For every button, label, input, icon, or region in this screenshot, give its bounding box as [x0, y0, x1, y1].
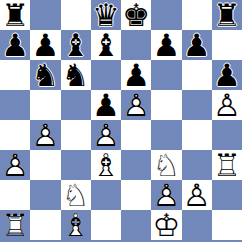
square-c5[interactable] [61, 90, 91, 120]
piece-black-bishop-c7[interactable]: ♝ [61, 30, 91, 60]
square-a6[interactable] [0, 60, 30, 90]
square-e8[interactable]: ♚ [121, 0, 151, 30]
square-h2[interactable] [212, 180, 242, 210]
square-e1[interactable] [121, 210, 151, 240]
piece-black-rook-a8[interactable]: ♜ [0, 0, 30, 30]
white-bishop-outline-glyph: ♗ [91, 150, 121, 180]
white-rook-outline-glyph: ♖ [212, 150, 242, 180]
square-b8[interactable] [30, 0, 60, 30]
square-c6[interactable]: ♞ [61, 60, 91, 90]
square-f7[interactable]: ♟ [151, 30, 181, 60]
white-pawn-outline-glyph: ♙ [182, 180, 212, 210]
chess-board-container: ♜♛♚♜♟♟♝♝♟♟♞♞♟♟♟♟♙♟♙♟♙♟♙♟♙♝♗♞♘♜♖♞♘♟♙♟♙♜♖♝… [0, 0, 242, 242]
square-h3[interactable]: ♜♖ [212, 150, 242, 180]
white-pawn-outline-glyph: ♙ [0, 150, 30, 180]
piece-white-pawn-f2[interactable]: ♟♙ [151, 180, 181, 210]
square-d1[interactable] [91, 210, 121, 240]
piece-white-pawn-b4[interactable]: ♟♙ [30, 120, 60, 150]
square-g3[interactable] [182, 150, 212, 180]
square-d6[interactable] [91, 60, 121, 90]
piece-black-knight-b6[interactable]: ♞ [30, 60, 60, 90]
square-a8[interactable]: ♜ [0, 0, 30, 30]
square-h7[interactable] [212, 30, 242, 60]
square-c7[interactable]: ♝ [61, 30, 91, 60]
piece-black-pawn-f7[interactable]: ♟ [151, 30, 181, 60]
square-f4[interactable] [151, 120, 181, 150]
square-e2[interactable] [121, 180, 151, 210]
piece-black-pawn-b7[interactable]: ♟ [30, 30, 60, 60]
square-g7[interactable]: ♟ [182, 30, 212, 60]
square-h4[interactable] [212, 120, 242, 150]
piece-black-pawn-g7[interactable]: ♟ [182, 30, 212, 60]
square-b6[interactable]: ♞ [30, 60, 60, 90]
square-d3[interactable]: ♝♗ [91, 150, 121, 180]
square-b2[interactable] [30, 180, 60, 210]
square-e6[interactable]: ♟ [121, 60, 151, 90]
square-g4[interactable] [182, 120, 212, 150]
square-d8[interactable]: ♛ [91, 0, 121, 30]
piece-black-pawn-h6[interactable]: ♟ [212, 60, 242, 90]
piece-white-pawn-a3[interactable]: ♟♙ [0, 150, 30, 180]
piece-white-king-f1[interactable]: ♚♔ [151, 210, 181, 240]
white-pawn-outline-glyph: ♙ [121, 90, 151, 120]
piece-black-knight-c6[interactable]: ♞ [61, 60, 91, 90]
piece-white-pawn-d4[interactable]: ♟♙ [91, 120, 121, 150]
square-a4[interactable] [0, 120, 30, 150]
piece-white-rook-a1[interactable]: ♜♖ [0, 210, 30, 240]
square-c8[interactable] [61, 0, 91, 30]
square-c2[interactable]: ♞♘ [61, 180, 91, 210]
white-bishop-outline-glyph: ♗ [61, 210, 91, 240]
piece-white-bishop-c1[interactable]: ♝♗ [61, 210, 91, 240]
piece-black-bishop-d7[interactable]: ♝ [91, 30, 121, 60]
square-g8[interactable] [182, 0, 212, 30]
white-king-outline-glyph: ♔ [151, 210, 181, 240]
square-b4[interactable]: ♟♙ [30, 120, 60, 150]
square-c3[interactable] [61, 150, 91, 180]
square-c4[interactable] [61, 120, 91, 150]
piece-black-pawn-e6[interactable]: ♟ [121, 60, 151, 90]
square-d4[interactable]: ♟♙ [91, 120, 121, 150]
square-a3[interactable]: ♟♙ [0, 150, 30, 180]
piece-black-queen-d8[interactable]: ♛ [91, 0, 121, 30]
square-d7[interactable]: ♝ [91, 30, 121, 60]
square-e5[interactable]: ♟♙ [121, 90, 151, 120]
white-knight-outline-glyph: ♘ [151, 150, 181, 180]
square-g5[interactable] [182, 90, 212, 120]
square-a5[interactable] [0, 90, 30, 120]
square-b1[interactable] [30, 210, 60, 240]
square-h6[interactable]: ♟ [212, 60, 242, 90]
square-b3[interactable] [30, 150, 60, 180]
square-e4[interactable] [121, 120, 151, 150]
piece-black-pawn-a7[interactable]: ♟ [0, 30, 30, 60]
piece-white-pawn-h5[interactable]: ♟♙ [212, 90, 242, 120]
piece-black-pawn-d5[interactable]: ♟ [91, 90, 121, 120]
square-a2[interactable] [0, 180, 30, 210]
square-h1[interactable] [212, 210, 242, 240]
square-d2[interactable] [91, 180, 121, 210]
white-pawn-outline-glyph: ♙ [91, 120, 121, 150]
square-d5[interactable]: ♟ [91, 90, 121, 120]
white-rook-outline-glyph: ♖ [0, 210, 30, 240]
chess-board: ♜♛♚♜♟♟♝♝♟♟♞♞♟♟♟♟♙♟♙♟♙♟♙♟♙♝♗♞♘♜♖♞♘♟♙♟♙♜♖♝… [0, 0, 242, 242]
piece-white-rook-h3[interactable]: ♜♖ [212, 150, 242, 180]
square-b7[interactable]: ♟ [30, 30, 60, 60]
square-f5[interactable] [151, 90, 181, 120]
square-g6[interactable] [182, 60, 212, 90]
piece-white-pawn-g2[interactable]: ♟♙ [182, 180, 212, 210]
square-c1[interactable]: ♝♗ [61, 210, 91, 240]
square-g2[interactable]: ♟♙ [182, 180, 212, 210]
square-h8[interactable]: ♜ [212, 0, 242, 30]
square-f1[interactable]: ♚♔ [151, 210, 181, 240]
white-pawn-outline-glyph: ♙ [212, 90, 242, 120]
square-e3[interactable] [121, 150, 151, 180]
white-pawn-outline-glyph: ♙ [30, 120, 60, 150]
square-b5[interactable] [30, 90, 60, 120]
white-knight-outline-glyph: ♘ [61, 180, 91, 210]
piece-white-pawn-e5[interactable]: ♟♙ [121, 90, 151, 120]
square-f6[interactable] [151, 60, 181, 90]
piece-white-bishop-d3[interactable]: ♝♗ [91, 150, 121, 180]
square-g1[interactable] [182, 210, 212, 240]
square-a7[interactable]: ♟ [0, 30, 30, 60]
piece-white-knight-f3[interactable]: ♞♘ [151, 150, 181, 180]
piece-black-rook-h8[interactable]: ♜ [212, 0, 242, 30]
square-f3[interactable]: ♞♘ [151, 150, 181, 180]
square-e7[interactable] [121, 30, 151, 60]
piece-white-knight-c2[interactable]: ♞♘ [61, 180, 91, 210]
square-f2[interactable]: ♟♙ [151, 180, 181, 210]
white-pawn-outline-glyph: ♙ [151, 180, 181, 210]
square-a1[interactable]: ♜♖ [0, 210, 30, 240]
piece-black-king-e8[interactable]: ♚ [121, 0, 151, 30]
square-h5[interactable]: ♟♙ [212, 90, 242, 120]
square-f8[interactable] [151, 0, 181, 30]
